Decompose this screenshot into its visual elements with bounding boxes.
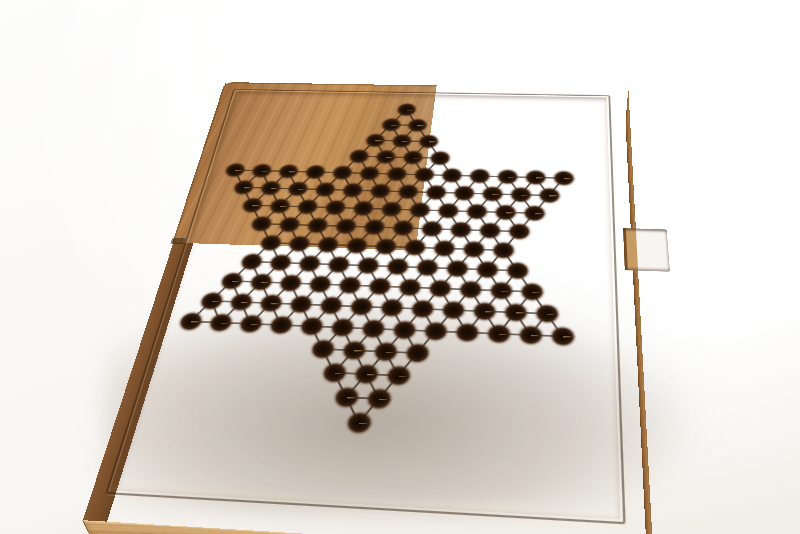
board-cell-r7c7 — [298, 198, 316, 216]
peg-painted-top — [370, 317, 400, 337]
board-cell-r12c8 — [291, 294, 310, 316]
peg-painted-top — [218, 248, 246, 267]
peg-painted-top — [532, 279, 561, 299]
board-cell-r8c16 — [423, 219, 440, 238]
board-cell-r8c22 — [511, 222, 527, 241]
peg-painted-top — [339, 315, 369, 335]
peg-painted-top — [256, 270, 284, 289]
board-hole[interactable] — [345, 148, 371, 165]
board-cell-r13c21 — [490, 322, 507, 345]
board-hole[interactable] — [383, 256, 411, 277]
star-board — [152, 99, 571, 446]
peg-painted-top — [416, 112, 441, 129]
board-hole[interactable] — [408, 298, 437, 320]
board-hole[interactable] — [425, 278, 453, 300]
board-hole[interactable] — [451, 184, 477, 202]
board-hole[interactable] — [401, 237, 429, 257]
board-cell-r6c16 — [428, 184, 444, 202]
board-cell-r10c8 — [300, 254, 319, 274]
board-cell-r8c20 — [482, 221, 498, 240]
board-hole[interactable] — [303, 216, 331, 235]
board-hole[interactable] — [294, 253, 323, 274]
board-cell-r7c11 — [354, 199, 371, 217]
peg-painted-top — [285, 158, 311, 176]
board-cell-r10c16 — [418, 257, 435, 278]
board-hole[interactable] — [430, 238, 458, 258]
board-cell-r7c17 — [440, 202, 456, 221]
board-cell-r11c15 — [401, 277, 419, 298]
board-hole[interactable] — [418, 219, 445, 239]
board-cell-r12c14 — [382, 297, 400, 319]
peg-painted-top — [249, 141, 274, 158]
board-hole[interactable] — [389, 218, 417, 237]
board-hole[interactable] — [365, 276, 394, 297]
peg-painted-top — [494, 146, 520, 164]
board-cell-r4c16 — [432, 150, 448, 167]
board-grid — [152, 99, 571, 446]
board-hole[interactable] — [395, 277, 424, 299]
board-cell-r6c8 — [316, 181, 333, 199]
board-hole[interactable] — [506, 222, 532, 242]
board-hole[interactable] — [434, 201, 461, 220]
board-cell-r5c9 — [333, 164, 350, 181]
board-hole[interactable] — [383, 165, 409, 183]
peg-sprite — [515, 300, 545, 340]
board-hole[interactable] — [377, 200, 404, 219]
board-hole[interactable] — [394, 183, 421, 201]
board-hole[interactable] — [439, 299, 468, 321]
board-cell-r5c13 — [388, 165, 404, 182]
board-hole[interactable] — [296, 315, 327, 338]
board-hole[interactable] — [305, 274, 335, 295]
board-cell-r6c14 — [399, 183, 415, 201]
board-hole[interactable] — [311, 181, 338, 199]
board-hole[interactable] — [265, 314, 296, 337]
peg-painted-top — [487, 257, 516, 276]
board-cell-r13c17 — [426, 320, 444, 343]
board-hole[interactable] — [476, 221, 503, 241]
peg-painted-top — [206, 289, 235, 309]
board-cell-r13c23 — [522, 324, 539, 347]
peg-painted-top — [536, 164, 563, 182]
board-cell-r13c7 — [271, 314, 291, 336]
board-cell-r4c10 — [350, 148, 366, 165]
board-hole[interactable] — [316, 295, 346, 317]
board-cell-r9c9 — [318, 235, 336, 255]
photo-scene — [0, 0, 800, 534]
board-cell-r7c15 — [411, 201, 428, 220]
board-cell-r4c14 — [405, 149, 421, 166]
board-cell-r8c14 — [394, 219, 411, 238]
board-hole[interactable] — [284, 234, 313, 254]
board-cell-r12c16 — [413, 298, 431, 320]
board-cell-r8c10 — [337, 217, 355, 236]
board-cell-r8c6 — [280, 215, 298, 234]
peg-painted-top — [362, 111, 387, 128]
board-hole[interactable] — [439, 167, 465, 185]
board-cell-r5c17 — [444, 167, 460, 185]
board-cell-r7c9 — [326, 198, 344, 216]
board-cell-r8c12 — [365, 218, 382, 237]
board-cell-r4c12 — [377, 149, 393, 166]
board-hole[interactable] — [356, 165, 383, 183]
board-hole[interactable] — [339, 181, 366, 199]
board-cell-r13c1 — [180, 311, 201, 333]
board-cell-r5c15 — [416, 166, 432, 183]
board-cell-r13c5 — [240, 313, 260, 335]
board-cell-r6c12 — [372, 182, 389, 200]
board-cell-r7c5 — [270, 197, 288, 215]
peg-painted-top — [550, 147, 576, 165]
board-hole[interactable] — [335, 275, 364, 296]
peg-painted-top — [484, 299, 514, 319]
board-hole[interactable] — [420, 320, 449, 343]
peg-painted-top — [522, 147, 548, 165]
board-cell-r11c17 — [431, 278, 448, 299]
peg-sprite — [236, 290, 265, 329]
board-cell-r8c8 — [308, 216, 326, 235]
peg-painted-top — [257, 158, 283, 176]
board-cell-r9c17 — [436, 239, 453, 259]
wooden-game-box — [81, 82, 654, 534]
peg-painted-top — [319, 337, 349, 357]
board-hole[interactable] — [460, 239, 487, 259]
peg-painted-top — [479, 163, 505, 181]
board-cell-r9c15 — [406, 238, 423, 258]
board-cell-r8c18 — [452, 220, 468, 239]
board-cell-r13c19 — [458, 321, 476, 344]
board-cell-r6c18 — [456, 184, 472, 202]
board-cell-r7c13 — [383, 200, 400, 219]
peg-painted-top — [373, 127, 398, 144]
peg-painted-top — [351, 338, 381, 359]
peg-painted-top — [389, 111, 414, 128]
board-cell-r9c19 — [465, 239, 481, 259]
board-hole[interactable] — [328, 164, 355, 182]
peg-painted-top — [236, 290, 265, 310]
peg-sprite — [266, 175, 292, 211]
board-cell-r5c11 — [361, 165, 378, 182]
board-hole[interactable] — [293, 198, 321, 217]
peg-painted-top — [275, 141, 301, 158]
peg-painted-top — [547, 301, 577, 321]
board-hole[interactable] — [411, 166, 437, 184]
board-hole[interactable] — [247, 214, 276, 233]
peg-painted-top — [383, 340, 413, 361]
board-hole[interactable] — [313, 235, 342, 255]
thumb-notch — [623, 228, 670, 272]
board-cell-r11c9 — [310, 274, 329, 295]
board-cell-r12c10 — [321, 295, 340, 317]
peg-painted-top — [517, 258, 546, 277]
board-cell-r10c10 — [329, 255, 347, 275]
peg-painted-top — [176, 288, 205, 307]
board-hole[interactable] — [353, 255, 382, 276]
board-cell-r10c14 — [388, 256, 406, 276]
board-cell-r11c11 — [340, 275, 359, 296]
board-cell-r7c19 — [468, 202, 484, 221]
board-hole[interactable] — [422, 183, 448, 201]
board-cell-r9c11 — [347, 236, 365, 256]
peg-painted-top — [470, 277, 499, 297]
peg-painted-top — [400, 128, 425, 145]
board-cell-r11c13 — [370, 276, 388, 297]
board-cell-r10c12 — [359, 256, 377, 276]
peg-painted-top — [501, 278, 530, 298]
board-hole[interactable] — [443, 258, 471, 279]
board-cell-r13c9 — [301, 315, 321, 337]
board-hole[interactable] — [324, 254, 353, 275]
peg-painted-top — [521, 181, 548, 199]
peg-painted-top — [507, 163, 533, 181]
board-hole[interactable] — [447, 220, 474, 240]
board-cell-r13c3 — [210, 312, 231, 334]
board-cell-r17c13 — [348, 410, 368, 436]
board-hole[interactable] — [275, 215, 304, 234]
board-hole[interactable] — [452, 321, 481, 344]
peg-painted-top — [515, 300, 545, 320]
board-cell-r7c3 — [243, 196, 262, 214]
board-hole[interactable] — [349, 199, 376, 218]
board-hole[interactable] — [366, 182, 393, 200]
board-hole[interactable] — [413, 257, 441, 278]
peg-painted-top — [266, 175, 292, 193]
board-cell-r9c7 — [290, 234, 309, 254]
board-cell-r8c4 — [252, 214, 271, 233]
board-hole[interactable] — [321, 198, 349, 217]
peg-painted-top — [222, 140, 247, 157]
board-hole[interactable] — [406, 201, 433, 220]
board-hole[interactable] — [427, 150, 453, 167]
board-cell-r6c10 — [344, 181, 361, 199]
board-hole[interactable] — [342, 236, 370, 256]
peg-painted-top — [331, 361, 362, 382]
board-hole[interactable] — [371, 237, 399, 257]
board-hole[interactable] — [463, 202, 489, 221]
peg-painted-top — [239, 174, 265, 192]
board-hole[interactable] — [360, 218, 388, 237]
board-cell-r7c21 — [497, 203, 512, 222]
board-hole[interactable] — [331, 217, 359, 236]
board-cell-r7c23 — [527, 204, 542, 223]
board-cell-r9c13 — [377, 237, 394, 257]
peg-painted-top — [197, 268, 225, 287]
board-cell-r10c18 — [448, 258, 465, 279]
peg-painted-top — [247, 249, 275, 268]
peg-painted-top — [343, 386, 374, 407]
board-cell-r13c25 — [554, 325, 570, 348]
peg-sprite — [176, 288, 205, 327]
board-cell-r12c12 — [352, 296, 371, 318]
peg-painted-top — [227, 269, 255, 288]
peg-painted-top — [363, 362, 394, 383]
peg-painted-top — [230, 157, 256, 174]
box-top-face — [81, 82, 654, 534]
board-hole[interactable] — [285, 293, 315, 315]
board-cell-r12c18 — [444, 299, 461, 321]
peg-painted-top — [492, 181, 519, 199]
